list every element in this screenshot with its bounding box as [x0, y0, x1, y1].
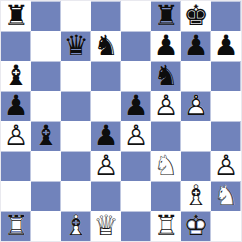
square-a3[interactable]	[1, 151, 31, 181]
square-f2[interactable]	[151, 181, 181, 211]
white-piece-outline-glyph: ♔	[181, 211, 211, 241]
white-piece-outline-glyph: ♙	[91, 151, 121, 181]
square-a1[interactable]: ♜♖	[1, 211, 31, 241]
square-f8[interactable]: ♜	[151, 1, 181, 31]
square-f6[interactable]: ♞	[151, 61, 181, 91]
chess-board-frame: ♜♜♚♛♞♟♟♟♝♞♟♟♟♙♟♙♟♙♝♟♟♙♟♙♞♘♟♙♝♗♞♘♜♖♝♗♛♕♜♖…	[0, 0, 242, 242]
piece-black-pawn[interactable]: ♟	[151, 31, 181, 61]
square-a5[interactable]: ♟	[1, 91, 31, 121]
piece-black-pawn[interactable]: ♟	[1, 91, 31, 121]
piece-white-bishop[interactable]: ♝♗	[181, 181, 211, 211]
square-c8[interactable]	[61, 1, 91, 31]
square-f4[interactable]	[151, 121, 181, 151]
white-piece-outline-glyph: ♖	[151, 211, 181, 241]
white-piece-outline-glyph: ♙	[181, 91, 211, 121]
piece-white-rook[interactable]: ♜♖	[1, 211, 31, 241]
square-d7[interactable]: ♞	[91, 31, 121, 61]
square-h1[interactable]	[211, 211, 241, 241]
square-a7[interactable]	[1, 31, 31, 61]
square-b6[interactable]	[31, 61, 61, 91]
piece-black-bishop[interactable]: ♝	[31, 121, 61, 151]
black-piece-glyph: ♞	[91, 31, 121, 61]
white-piece-outline-glyph: ♙	[1, 121, 31, 151]
piece-white-knight[interactable]: ♞♘	[211, 181, 241, 211]
piece-black-rook[interactable]: ♜	[151, 1, 181, 31]
piece-white-pawn[interactable]: ♟♙	[211, 151, 241, 181]
piece-white-pawn[interactable]: ♟♙	[181, 91, 211, 121]
square-h7[interactable]: ♟	[211, 31, 241, 61]
piece-black-rook[interactable]: ♜	[1, 1, 31, 31]
square-e1[interactable]	[121, 211, 151, 241]
piece-black-queen[interactable]: ♛	[61, 31, 91, 61]
square-g4[interactable]	[181, 121, 211, 151]
square-h3[interactable]: ♟♙	[211, 151, 241, 181]
square-g8[interactable]: ♚	[181, 1, 211, 31]
square-c7[interactable]: ♛	[61, 31, 91, 61]
square-a2[interactable]	[1, 181, 31, 211]
square-e3[interactable]	[121, 151, 151, 181]
square-g5[interactable]: ♟♙	[181, 91, 211, 121]
square-b4[interactable]: ♝	[31, 121, 61, 151]
white-piece-outline-glyph: ♙	[151, 91, 181, 121]
square-d1[interactable]: ♛♕	[91, 211, 121, 241]
white-piece-outline-glyph: ♙	[211, 151, 241, 181]
square-h2[interactable]: ♞♘	[211, 181, 241, 211]
piece-black-knight[interactable]: ♞	[151, 61, 181, 91]
square-g2[interactable]: ♝♗	[181, 181, 211, 211]
piece-black-pawn[interactable]: ♟	[181, 31, 211, 61]
black-piece-glyph: ♜	[1, 1, 31, 31]
square-b3[interactable]	[31, 151, 61, 181]
black-piece-glyph: ♝	[31, 121, 61, 151]
square-b5[interactable]	[31, 91, 61, 121]
piece-black-knight[interactable]: ♞	[91, 31, 121, 61]
black-piece-glyph: ♟	[211, 31, 241, 61]
square-d2[interactable]	[91, 181, 121, 211]
square-c3[interactable]	[61, 151, 91, 181]
square-c4[interactable]	[61, 121, 91, 151]
white-piece-outline-glyph: ♘	[151, 151, 181, 181]
square-d3[interactable]: ♟♙	[91, 151, 121, 181]
square-e7[interactable]	[121, 31, 151, 61]
square-g3[interactable]	[181, 151, 211, 181]
square-a4[interactable]: ♟♙	[1, 121, 31, 151]
square-a8[interactable]: ♜	[1, 1, 31, 31]
black-piece-glyph: ♜	[151, 1, 181, 31]
piece-black-pawn[interactable]: ♟	[211, 31, 241, 61]
black-piece-glyph: ♛	[61, 31, 91, 61]
square-e5[interactable]: ♟	[121, 91, 151, 121]
piece-black-pawn[interactable]: ♟	[121, 91, 151, 121]
piece-white-pawn[interactable]: ♟♙	[151, 91, 181, 121]
square-e2[interactable]	[121, 181, 151, 211]
black-piece-glyph: ♚	[181, 1, 211, 31]
white-piece-outline-glyph: ♘	[211, 181, 241, 211]
square-g1[interactable]: ♚♔	[181, 211, 211, 241]
piece-white-knight[interactable]: ♞♘	[151, 151, 181, 181]
white-piece-outline-glyph: ♙	[121, 121, 151, 151]
square-a6[interactable]: ♝	[1, 61, 31, 91]
chess-board: ♜♜♚♛♞♟♟♟♝♞♟♟♟♙♟♙♟♙♝♟♟♙♟♙♞♘♟♙♝♗♞♘♜♖♝♗♛♕♜♖…	[1, 1, 241, 241]
white-piece-outline-glyph: ♗	[61, 211, 91, 241]
square-g7[interactable]: ♟	[181, 31, 211, 61]
piece-white-pawn[interactable]: ♟♙	[91, 151, 121, 181]
piece-white-king[interactable]: ♚♔	[181, 211, 211, 241]
piece-white-bishop[interactable]: ♝♗	[61, 211, 91, 241]
white-piece-outline-glyph: ♕	[91, 211, 121, 241]
square-b1[interactable]	[31, 211, 61, 241]
square-b2[interactable]	[31, 181, 61, 211]
piece-white-pawn[interactable]: ♟♙	[121, 121, 151, 151]
square-c2[interactable]	[61, 181, 91, 211]
square-e8[interactable]	[121, 1, 151, 31]
square-d8[interactable]	[91, 1, 121, 31]
square-f3[interactable]: ♞♘	[151, 151, 181, 181]
square-h5[interactable]	[211, 91, 241, 121]
square-h8[interactable]	[211, 1, 241, 31]
square-c1[interactable]: ♝♗	[61, 211, 91, 241]
square-d5[interactable]	[91, 91, 121, 121]
black-piece-glyph: ♟	[91, 121, 121, 151]
square-e6[interactable]	[121, 61, 151, 91]
piece-white-queen[interactable]: ♛♕	[91, 211, 121, 241]
square-b8[interactable]	[31, 1, 61, 31]
square-f1[interactable]: ♜♖	[151, 211, 181, 241]
black-piece-glyph: ♟	[151, 31, 181, 61]
square-e4[interactable]: ♟♙	[121, 121, 151, 151]
square-b7[interactable]	[31, 31, 61, 61]
piece-black-bishop[interactable]: ♝	[1, 61, 31, 91]
square-f5[interactable]: ♟♙	[151, 91, 181, 121]
white-piece-outline-glyph: ♖	[1, 211, 31, 241]
square-f7[interactable]: ♟	[151, 31, 181, 61]
piece-white-pawn[interactable]: ♟♙	[1, 121, 31, 151]
black-piece-glyph: ♟	[121, 91, 151, 121]
black-piece-glyph: ♟	[181, 31, 211, 61]
square-c5[interactable]	[61, 91, 91, 121]
piece-black-pawn[interactable]: ♟	[91, 121, 121, 151]
square-g6[interactable]	[181, 61, 211, 91]
square-c6[interactable]	[61, 61, 91, 91]
square-d6[interactable]	[91, 61, 121, 91]
square-d4[interactable]: ♟	[91, 121, 121, 151]
black-piece-glyph: ♟	[1, 91, 31, 121]
square-h6[interactable]	[211, 61, 241, 91]
black-piece-glyph: ♞	[151, 61, 181, 91]
white-piece-outline-glyph: ♗	[181, 181, 211, 211]
black-piece-glyph: ♝	[1, 61, 31, 91]
piece-white-rook[interactable]: ♜♖	[151, 211, 181, 241]
square-h4[interactable]	[211, 121, 241, 151]
piece-black-king[interactable]: ♚	[181, 1, 211, 31]
